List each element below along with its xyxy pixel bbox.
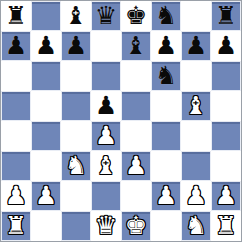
white-bishop-piece[interactable]: ♝ xyxy=(95,151,117,181)
black-king-piece[interactable]: ♚ xyxy=(125,1,147,31)
black-pawn-piece[interactable]: ♟ xyxy=(5,31,27,61)
black-rook-piece[interactable]: ♜ xyxy=(5,1,27,31)
square-c2[interactable] xyxy=(61,181,91,211)
square-e3[interactable]: ♟ xyxy=(121,151,151,181)
square-b4[interactable] xyxy=(31,121,61,151)
square-b2[interactable]: ♟ xyxy=(31,181,61,211)
square-h7[interactable]: ♟ xyxy=(211,31,241,61)
white-rook-piece[interactable]: ♜ xyxy=(5,211,27,241)
square-e8[interactable]: ♚ xyxy=(121,1,151,31)
black-pawn-piece[interactable]: ♟ xyxy=(185,31,207,61)
square-g2[interactable]: ♟ xyxy=(181,181,211,211)
square-e4[interactable] xyxy=(121,121,151,151)
square-f4[interactable] xyxy=(151,121,181,151)
square-h6[interactable] xyxy=(211,61,241,91)
black-knight-piece[interactable]: ♞ xyxy=(155,1,177,31)
square-g6[interactable] xyxy=(181,61,211,91)
square-a7[interactable]: ♟ xyxy=(1,31,31,61)
square-g1[interactable]: ♞ xyxy=(181,211,211,241)
square-d7[interactable] xyxy=(91,31,121,61)
square-a5[interactable] xyxy=(1,91,31,121)
square-c7[interactable]: ♟ xyxy=(61,31,91,61)
white-pawn-piece[interactable]: ♟ xyxy=(125,151,147,181)
square-a1[interactable]: ♜ xyxy=(1,211,31,241)
square-e1[interactable]: ♚ xyxy=(121,211,151,241)
white-king-piece[interactable]: ♚ xyxy=(125,211,147,241)
square-f8[interactable]: ♞ xyxy=(151,1,181,31)
square-a4[interactable] xyxy=(1,121,31,151)
square-d2[interactable] xyxy=(91,181,121,211)
black-queen-piece[interactable]: ♛ xyxy=(95,1,117,31)
black-pawn-piece[interactable]: ♟ xyxy=(155,31,177,61)
white-pawn-piece[interactable]: ♟ xyxy=(35,181,57,211)
square-g5[interactable]: ♝ xyxy=(181,91,211,121)
square-f1[interactable] xyxy=(151,211,181,241)
square-g3[interactable] xyxy=(181,151,211,181)
square-b1[interactable] xyxy=(31,211,61,241)
black-knight-piece[interactable]: ♞ xyxy=(155,61,177,91)
square-d5[interactable]: ♟ xyxy=(91,91,121,121)
white-rook-piece[interactable]: ♜ xyxy=(215,211,237,241)
square-d4[interactable]: ♟ xyxy=(91,121,121,151)
square-c5[interactable] xyxy=(61,91,91,121)
black-pawn-piece[interactable]: ♟ xyxy=(215,31,237,61)
square-b7[interactable]: ♟ xyxy=(31,31,61,61)
square-e2[interactable] xyxy=(121,181,151,211)
white-knight-piece[interactable]: ♞ xyxy=(65,151,87,181)
square-a2[interactable]: ♟ xyxy=(1,181,31,211)
square-f2[interactable]: ♟ xyxy=(151,181,181,211)
square-h8[interactable]: ♜ xyxy=(211,1,241,31)
black-rook-piece[interactable]: ♜ xyxy=(215,1,237,31)
square-h2[interactable]: ♟ xyxy=(211,181,241,211)
white-queen-piece[interactable]: ♛ xyxy=(95,211,117,241)
square-g4[interactable] xyxy=(181,121,211,151)
black-pawn-piece[interactable]: ♟ xyxy=(95,91,117,121)
white-pawn-piece[interactable]: ♟ xyxy=(185,181,207,211)
square-f7[interactable]: ♟ xyxy=(151,31,181,61)
square-f6[interactable]: ♞ xyxy=(151,61,181,91)
black-bishop-piece[interactable]: ♝ xyxy=(65,1,87,31)
square-b5[interactable] xyxy=(31,91,61,121)
square-h3[interactable] xyxy=(211,151,241,181)
white-pawn-piece[interactable]: ♟ xyxy=(95,121,117,151)
chess-board-wrapper: ♜♝♛♚♞♜♟♟♟♝♟♟♟♞♟♝♟♞♝♟♟♟♟♟♟♜♛♚♞♜ xyxy=(0,0,242,242)
square-b8[interactable] xyxy=(31,1,61,31)
square-e7[interactable]: ♝ xyxy=(121,31,151,61)
square-a6[interactable] xyxy=(1,61,31,91)
white-pawn-piece[interactable]: ♟ xyxy=(5,181,27,211)
square-d6[interactable] xyxy=(91,61,121,91)
square-b6[interactable] xyxy=(31,61,61,91)
square-e5[interactable] xyxy=(121,91,151,121)
square-c8[interactable]: ♝ xyxy=(61,1,91,31)
square-b3[interactable] xyxy=(31,151,61,181)
square-c3[interactable]: ♞ xyxy=(61,151,91,181)
square-d3[interactable]: ♝ xyxy=(91,151,121,181)
square-d8[interactable]: ♛ xyxy=(91,1,121,31)
square-d1[interactable]: ♛ xyxy=(91,211,121,241)
chess-board: ♜♝♛♚♞♜♟♟♟♝♟♟♟♞♟♝♟♞♝♟♟♟♟♟♟♜♛♚♞♜ xyxy=(0,0,242,242)
square-c6[interactable] xyxy=(61,61,91,91)
square-g7[interactable]: ♟ xyxy=(181,31,211,61)
white-pawn-piece[interactable]: ♟ xyxy=(155,181,177,211)
square-g8[interactable] xyxy=(181,1,211,31)
square-h4[interactable] xyxy=(211,121,241,151)
square-a3[interactable] xyxy=(1,151,31,181)
square-h5[interactable] xyxy=(211,91,241,121)
white-pawn-piece[interactable]: ♟ xyxy=(215,181,237,211)
square-c4[interactable] xyxy=(61,121,91,151)
black-bishop-piece[interactable]: ♝ xyxy=(125,31,147,61)
square-f3[interactable] xyxy=(151,151,181,181)
black-pawn-piece[interactable]: ♟ xyxy=(35,31,57,61)
white-knight-piece[interactable]: ♞ xyxy=(185,211,207,241)
white-bishop-piece[interactable]: ♝ xyxy=(185,91,207,121)
square-f5[interactable] xyxy=(151,91,181,121)
square-h1[interactable]: ♜ xyxy=(211,211,241,241)
square-c1[interactable] xyxy=(61,211,91,241)
black-pawn-piece[interactable]: ♟ xyxy=(65,31,87,61)
square-e6[interactable] xyxy=(121,61,151,91)
square-a8[interactable]: ♜ xyxy=(1,1,31,31)
